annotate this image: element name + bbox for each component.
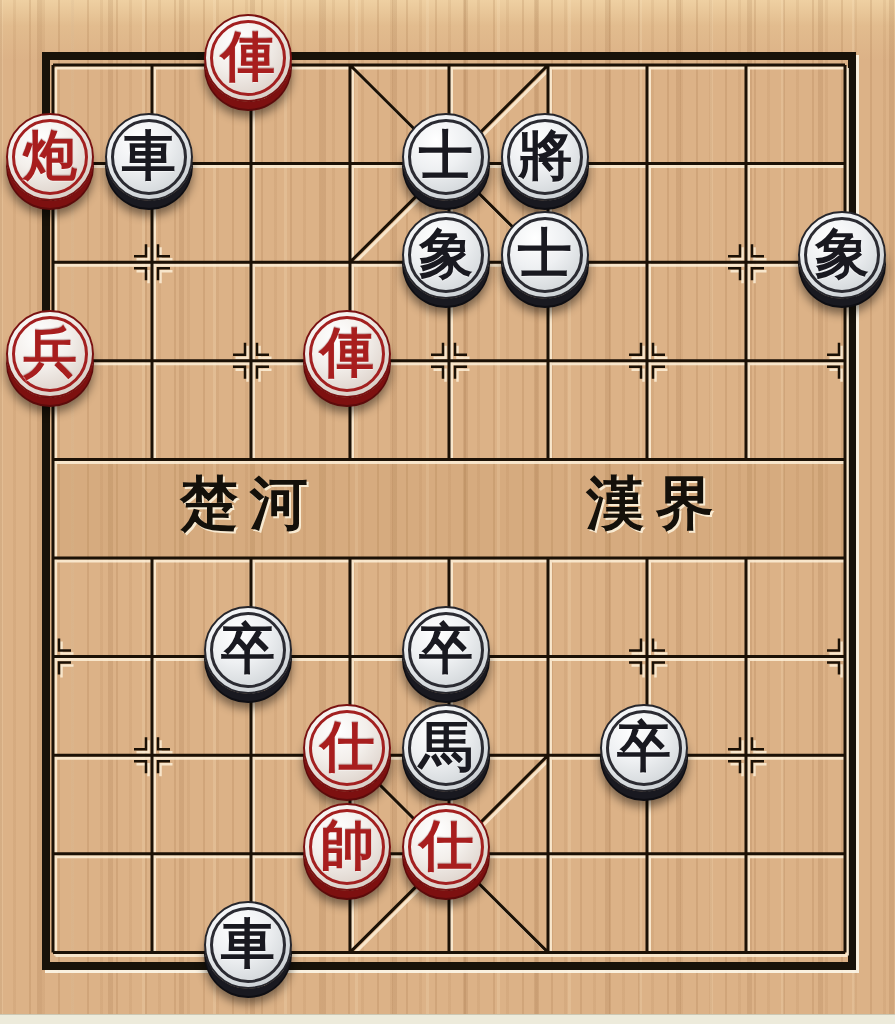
- piece-black-soldier[interactable]: 卒: [204, 606, 292, 694]
- piece-glyph: 將: [518, 128, 572, 182]
- piece-glyph: 仕: [320, 719, 374, 773]
- piece-black-advisor[interactable]: 士: [402, 113, 490, 201]
- piece-glyph: 卒: [617, 719, 671, 773]
- piece-red-cannon[interactable]: 炮: [6, 113, 94, 201]
- piece-black-general[interactable]: 將: [501, 113, 589, 201]
- piece-black-elephant[interactable]: 象: [798, 211, 886, 299]
- piece-glyph: 車: [221, 916, 275, 970]
- piece-red-advisor[interactable]: 仕: [303, 704, 391, 792]
- piece-red-advisor[interactable]: 仕: [402, 803, 490, 891]
- piece-red-soldier[interactable]: 兵: [6, 310, 94, 398]
- piece-glyph: 士: [419, 128, 473, 182]
- piece-glyph: 象: [419, 226, 473, 280]
- xiangqi-board-screen: 楚河 漢界 俥炮車士將象士象兵俥卒卒仕馬卒帥仕車: [0, 0, 895, 1024]
- piece-black-advisor[interactable]: 士: [501, 211, 589, 299]
- piece-red-general[interactable]: 帥: [303, 803, 391, 891]
- piece-glyph: 車: [122, 128, 176, 182]
- bottom-edge-strip: [0, 1014, 895, 1024]
- piece-black-elephant[interactable]: 象: [402, 211, 490, 299]
- piece-black-chariot[interactable]: 車: [105, 113, 193, 201]
- piece-glyph: 兵: [23, 325, 77, 379]
- piece-glyph: 帥: [320, 818, 374, 872]
- piece-red-chariot[interactable]: 俥: [303, 310, 391, 398]
- piece-glyph: 士: [518, 226, 572, 280]
- piece-red-chariot[interactable]: 俥: [204, 14, 292, 102]
- piece-glyph: 卒: [419, 621, 473, 675]
- piece-black-soldier[interactable]: 卒: [600, 704, 688, 792]
- piece-glyph: 俥: [221, 29, 275, 83]
- piece-glyph: 象: [815, 226, 869, 280]
- piece-black-chariot[interactable]: 車: [204, 901, 292, 989]
- piece-glyph: 卒: [221, 621, 275, 675]
- piece-glyph: 炮: [23, 128, 77, 182]
- piece-black-horse[interactable]: 馬: [402, 704, 490, 792]
- river-label-han-jie: 漢界: [586, 474, 726, 532]
- river-label-chu-he: 楚河: [180, 474, 320, 532]
- piece-glyph: 馬: [419, 719, 473, 773]
- piece-black-soldier[interactable]: 卒: [402, 606, 490, 694]
- piece-glyph: 俥: [320, 325, 374, 379]
- piece-glyph: 仕: [419, 818, 473, 872]
